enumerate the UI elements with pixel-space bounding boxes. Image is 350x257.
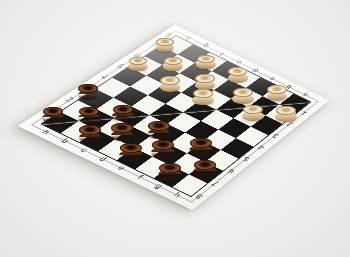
light-checker-c7[interactable] xyxy=(196,55,216,70)
checker-top xyxy=(156,38,174,46)
dark-checker-e3[interactable] xyxy=(148,121,171,138)
light-checker-c5[interactable] xyxy=(160,76,181,92)
light-checker-f6[interactable] xyxy=(232,88,253,104)
light-checker-h6[interactable] xyxy=(275,106,297,123)
light-checker-e7[interactable] xyxy=(228,67,248,82)
dark-checker-g1[interactable] xyxy=(158,163,182,181)
light-checker-g5[interactable] xyxy=(242,105,264,122)
dark-checker-b2[interactable] xyxy=(78,107,100,124)
dark-checker-f2[interactable] xyxy=(151,140,174,158)
dark-checker-c3[interactable] xyxy=(112,105,134,122)
light-checker-g7[interactable] xyxy=(267,85,288,101)
light-checker-a7[interactable] xyxy=(156,38,175,52)
dark-checker-g3[interactable] xyxy=(189,138,212,156)
light-checker-a5[interactable] xyxy=(128,57,148,72)
dark-checker-d2[interactable] xyxy=(111,123,134,140)
checker-top xyxy=(195,74,214,83)
dark-checker-c1[interactable] xyxy=(79,125,102,142)
dark-checker-a1[interactable] xyxy=(42,107,64,124)
light-checker-b6[interactable] xyxy=(163,57,183,72)
light-checker-d6[interactable] xyxy=(195,74,215,90)
dark-checker-e1[interactable] xyxy=(119,143,142,161)
dark-checker-h2[interactable] xyxy=(193,160,217,178)
dark-checker-a3[interactable] xyxy=(78,84,99,100)
light-checker-e5[interactable] xyxy=(192,89,213,105)
checkers-set-photo: abcdefgh abcdefgh 87654321 87654321 xyxy=(0,0,350,257)
